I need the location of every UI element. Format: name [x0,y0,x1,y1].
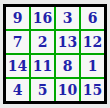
cell-r1c2: 16 [31,7,54,29]
cell-r3c1: 14 [6,55,29,77]
cell-r1c3: 3 [56,7,79,29]
cell-r4c1: 4 [6,79,29,101]
cell-r3c4: 1 [81,55,104,77]
cell-r3c3: 8 [56,55,79,77]
cell-r4c3: 10 [56,79,79,101]
cell-r4c2: 5 [31,79,54,101]
cell-r2c3: 13 [56,31,79,53]
cell-r2c2: 2 [31,31,54,53]
cell-r1c1: 9 [6,7,29,29]
cell-r3c2: 11 [31,55,54,77]
cell-r2c4: 12 [81,31,104,53]
magic-square-board: 9 16 3 6 7 2 13 12 14 11 8 1 4 5 10 15 [3,4,107,104]
cell-r1c4: 6 [81,7,104,29]
cell-r2c1: 7 [6,31,29,53]
cell-r4c4: 15 [81,79,104,101]
